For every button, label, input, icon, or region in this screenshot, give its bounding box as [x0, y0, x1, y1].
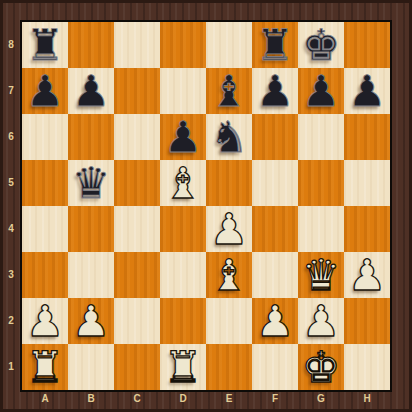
- square-a4[interactable]: [22, 206, 68, 252]
- square-e5[interactable]: [206, 160, 252, 206]
- rank-label-8: 8: [3, 22, 19, 68]
- square-g5[interactable]: [298, 160, 344, 206]
- square-d6[interactable]: ♟: [160, 114, 206, 160]
- square-d2[interactable]: [160, 298, 206, 344]
- square-c3[interactable]: [114, 252, 160, 298]
- square-c4[interactable]: [114, 206, 160, 252]
- square-e6[interactable]: ♞: [206, 114, 252, 160]
- square-b6[interactable]: [68, 114, 114, 160]
- piece-black-king[interactable]: ♚: [298, 22, 344, 68]
- piece-black-pawn[interactable]: ♟: [298, 68, 344, 114]
- square-a2[interactable]: ♟: [22, 298, 68, 344]
- square-h5[interactable]: [344, 160, 390, 206]
- square-a1[interactable]: ♜: [22, 344, 68, 390]
- piece-white-pawn[interactable]: ♟: [22, 298, 68, 344]
- square-e4[interactable]: ♟: [206, 206, 252, 252]
- square-c6[interactable]: [114, 114, 160, 160]
- file-label-h: H: [344, 391, 390, 407]
- piece-black-queen[interactable]: ♛: [68, 160, 114, 206]
- piece-white-pawn[interactable]: ♟: [298, 298, 344, 344]
- piece-black-rook[interactable]: ♜: [252, 22, 298, 68]
- square-d3[interactable]: [160, 252, 206, 298]
- rank-label-4: 4: [3, 206, 19, 252]
- rank-label-7: 7: [3, 68, 19, 114]
- square-g2[interactable]: ♟: [298, 298, 344, 344]
- square-a8[interactable]: ♜: [22, 22, 68, 68]
- square-h2[interactable]: [344, 298, 390, 344]
- square-h4[interactable]: [344, 206, 390, 252]
- square-b3[interactable]: [68, 252, 114, 298]
- rank-label-3: 3: [3, 252, 19, 298]
- piece-white-king[interactable]: ♚: [298, 344, 344, 390]
- file-label-a: A: [22, 391, 68, 407]
- square-c2[interactable]: [114, 298, 160, 344]
- square-c5[interactable]: [114, 160, 160, 206]
- square-e8[interactable]: [206, 22, 252, 68]
- square-h1[interactable]: [344, 344, 390, 390]
- piece-black-bishop[interactable]: ♝: [206, 68, 252, 114]
- square-g3[interactable]: ♛: [298, 252, 344, 298]
- square-b1[interactable]: [68, 344, 114, 390]
- square-f4[interactable]: [252, 206, 298, 252]
- square-e7[interactable]: ♝: [206, 68, 252, 114]
- square-f3[interactable]: [252, 252, 298, 298]
- file-label-e: E: [206, 391, 252, 407]
- square-g7[interactable]: ♟: [298, 68, 344, 114]
- piece-black-knight[interactable]: ♞: [206, 114, 252, 160]
- square-f8[interactable]: ♜: [252, 22, 298, 68]
- square-b2[interactable]: ♟: [68, 298, 114, 344]
- chess-board: ♜♜♚♟♟♝♟♟♟♟♞♛♝♟♝♛♟♟♟♟♟♜♜♚: [22, 22, 390, 390]
- square-h7[interactable]: ♟: [344, 68, 390, 114]
- file-label-g: G: [298, 391, 344, 407]
- piece-black-pawn[interactable]: ♟: [160, 114, 206, 160]
- piece-white-rook[interactable]: ♜: [22, 344, 68, 390]
- square-g6[interactable]: [298, 114, 344, 160]
- square-b8[interactable]: [68, 22, 114, 68]
- file-label-b: B: [68, 391, 114, 407]
- square-h8[interactable]: [344, 22, 390, 68]
- file-label-c: C: [114, 391, 160, 407]
- piece-black-pawn[interactable]: ♟: [68, 68, 114, 114]
- piece-black-rook[interactable]: ♜: [22, 22, 68, 68]
- square-h3[interactable]: ♟: [344, 252, 390, 298]
- square-e3[interactable]: ♝: [206, 252, 252, 298]
- piece-white-pawn[interactable]: ♟: [206, 206, 252, 252]
- square-c8[interactable]: [114, 22, 160, 68]
- rank-label-2: 2: [3, 298, 19, 344]
- chessboard-frame: ♜♜♚♟♟♝♟♟♟♟♞♛♝♟♝♛♟♟♟♟♟♜♜♚ 87654321ABCDEFG…: [0, 0, 412, 412]
- square-f1[interactable]: [252, 344, 298, 390]
- square-c7[interactable]: [114, 68, 160, 114]
- rank-label-6: 6: [3, 114, 19, 160]
- square-d8[interactable]: [160, 22, 206, 68]
- piece-white-queen[interactable]: ♛: [298, 252, 344, 298]
- square-d1[interactable]: ♜: [160, 344, 206, 390]
- piece-white-pawn[interactable]: ♟: [252, 298, 298, 344]
- file-label-f: F: [252, 391, 298, 407]
- square-e2[interactable]: [206, 298, 252, 344]
- piece-black-pawn[interactable]: ♟: [22, 68, 68, 114]
- piece-white-rook[interactable]: ♜: [160, 344, 206, 390]
- piece-white-bishop[interactable]: ♝: [206, 252, 252, 298]
- square-g8[interactable]: ♚: [298, 22, 344, 68]
- piece-black-pawn[interactable]: ♟: [252, 68, 298, 114]
- piece-white-bishop[interactable]: ♝: [160, 160, 206, 206]
- square-f7[interactable]: ♟: [252, 68, 298, 114]
- piece-white-pawn[interactable]: ♟: [344, 252, 390, 298]
- square-f2[interactable]: ♟: [252, 298, 298, 344]
- square-f5[interactable]: [252, 160, 298, 206]
- square-b7[interactable]: ♟: [68, 68, 114, 114]
- square-f6[interactable]: [252, 114, 298, 160]
- file-label-d: D: [160, 391, 206, 407]
- piece-black-pawn[interactable]: ♟: [344, 68, 390, 114]
- square-a7[interactable]: ♟: [22, 68, 68, 114]
- square-a3[interactable]: [22, 252, 68, 298]
- square-a5[interactable]: [22, 160, 68, 206]
- rank-label-5: 5: [3, 160, 19, 206]
- square-a6[interactable]: [22, 114, 68, 160]
- square-b4[interactable]: [68, 206, 114, 252]
- square-c1[interactable]: [114, 344, 160, 390]
- square-g4[interactable]: [298, 206, 344, 252]
- square-h6[interactable]: [344, 114, 390, 160]
- square-g1[interactable]: ♚: [298, 344, 344, 390]
- square-d7[interactable]: [160, 68, 206, 114]
- piece-white-pawn[interactable]: ♟: [68, 298, 114, 344]
- square-e1[interactable]: [206, 344, 252, 390]
- square-d4[interactable]: [160, 206, 206, 252]
- square-d5[interactable]: ♝: [160, 160, 206, 206]
- rank-label-1: 1: [3, 344, 19, 390]
- square-b5[interactable]: ♛: [68, 160, 114, 206]
